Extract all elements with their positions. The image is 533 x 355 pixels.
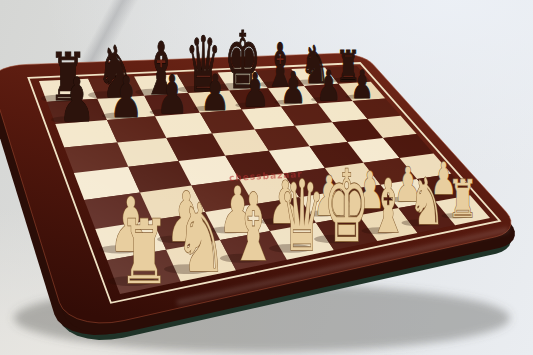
piece-white-queen-d1[interactable]: ♛ bbox=[279, 160, 325, 273]
piece-black-pawn-f7[interactable]: ♟ bbox=[280, 63, 306, 114]
piece-black-pawn-b7[interactable]: ♟ bbox=[109, 64, 143, 130]
piece-black-pawn-d7[interactable]: ♟ bbox=[200, 64, 230, 122]
piece-black-pawn-a7[interactable]: ♟ bbox=[59, 65, 95, 136]
piece-white-bishop-c1[interactable]: ♝ bbox=[230, 174, 277, 283]
piece-white-knight-g1[interactable]: ♞ bbox=[409, 165, 444, 240]
piece-white-rook-h1[interactable]: ♜ bbox=[448, 169, 478, 228]
piece-white-rook-a1[interactable]: ♜ bbox=[118, 201, 169, 304]
photo-backdrop: ♜♞♝♛♚♝♞♜♟♟♟♟♟♟♟♟♟♟♟♟♟♟♟♟♜♞♝♛♚♝♞♜ chessba… bbox=[0, 0, 533, 355]
piece-white-bishop-f1[interactable]: ♝ bbox=[370, 163, 407, 249]
chess-board: ♜♞♝♛♚♝♞♜♟♟♟♟♟♟♟♟♟♟♟♟♟♟♟♟♜♞♝♛♚♝♞♜ bbox=[0, 0, 533, 355]
piece-black-pawn-e7[interactable]: ♟ bbox=[241, 63, 269, 117]
piece-black-pawn-c7[interactable]: ♟ bbox=[156, 64, 188, 126]
piece-white-knight-b1[interactable]: ♞ bbox=[175, 183, 227, 293]
piece-black-pawn-g7[interactable]: ♟ bbox=[316, 63, 341, 110]
piece-black-pawn-h7[interactable]: ♟ bbox=[350, 61, 373, 107]
piece-white-king-e1[interactable]: ♚ bbox=[324, 149, 370, 265]
